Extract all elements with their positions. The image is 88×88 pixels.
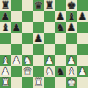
square-a4[interactable] [0,44,11,55]
square-c7[interactable] [22,11,33,22]
piece-white-pawn[interactable]: ♟ [67,55,76,66]
square-h7[interactable]: ♟ [77,11,88,22]
square-b2[interactable] [11,66,22,77]
square-a8[interactable]: ♜ [0,0,11,11]
square-d3[interactable] [33,55,44,66]
square-d6[interactable] [33,22,44,33]
square-f4[interactable] [55,44,66,55]
square-b5[interactable] [11,33,22,44]
square-g8[interactable]: ♚ [66,0,77,11]
square-b7[interactable] [11,11,22,22]
square-c4[interactable] [22,44,33,55]
piece-black-pawn[interactable]: ♟ [12,22,21,33]
piece-black-pawn[interactable]: ♟ [1,11,10,22]
square-e8[interactable]: ♜ [44,0,55,11]
piece-white-king[interactable]: ♚ [67,77,76,88]
square-g6[interactable]: ♟ [66,22,77,33]
square-f7[interactable]: ♟ [55,11,66,22]
piece-black-bishop[interactable]: ♝ [67,11,76,22]
piece-white-pawn[interactable]: ♟ [45,55,54,66]
square-a5[interactable] [0,33,11,44]
square-g2[interactable]: ♝ [66,66,77,77]
square-f2[interactable]: ♞ [55,66,66,77]
piece-white-rook[interactable]: ♜ [34,77,43,88]
square-c3[interactable]: ♞ [22,55,33,66]
piece-black-rook[interactable]: ♜ [1,0,10,11]
piece-white-pawn[interactable]: ♟ [1,66,10,77]
piece-black-king[interactable]: ♚ [67,0,76,11]
piece-black-bishop[interactable]: ♝ [1,22,10,33]
piece-black-pawn[interactable]: ♟ [67,22,76,33]
square-e5[interactable] [44,33,55,44]
piece-black-knight[interactable]: ♞ [56,22,65,33]
square-a1[interactable]: ♜ [0,77,11,88]
piece-white-bishop[interactable]: ♝ [1,55,10,66]
square-c5[interactable] [22,33,33,44]
square-d1[interactable]: ♜ [33,77,44,88]
piece-black-pawn[interactable]: ♟ [56,11,65,22]
square-b3[interactable]: ♟ [11,55,22,66]
chess-board-grid: ♜♛♜♚♟♟♝♟♝♟♞♟♟♝♟♞♟♟♟♛♞♞♝♟♜♜♚ [0,0,88,88]
square-h8[interactable] [77,0,88,11]
piece-white-knight[interactable]: ♞ [23,55,32,66]
square-f6[interactable]: ♞ [55,22,66,33]
square-h3[interactable] [77,55,88,66]
piece-black-queen[interactable]: ♛ [34,0,43,11]
piece-white-bishop[interactable]: ♝ [67,66,76,77]
square-b8[interactable] [11,0,22,11]
chess-board: ♜♛♜♚♟♟♝♟♝♟♞♟♟♝♟♞♟♟♟♛♞♞♝♟♜♜♚ [0,0,88,88]
square-c2[interactable]: ♛ [22,66,33,77]
square-g5[interactable] [66,33,77,44]
square-f1[interactable] [55,77,66,88]
square-c8[interactable] [22,0,33,11]
square-b1[interactable] [11,77,22,88]
square-f3[interactable] [55,55,66,66]
square-f8[interactable] [55,0,66,11]
square-d7[interactable] [33,11,44,22]
square-c1[interactable] [22,77,33,88]
square-g3[interactable]: ♟ [66,55,77,66]
piece-white-queen[interactable]: ♛ [23,66,32,77]
square-h5[interactable] [77,33,88,44]
piece-black-rook[interactable]: ♜ [45,0,54,11]
square-g4[interactable] [66,44,77,55]
square-b6[interactable]: ♟ [11,22,22,33]
square-a2[interactable]: ♟ [0,66,11,77]
piece-white-pawn[interactable]: ♟ [12,55,21,66]
piece-white-knight[interactable]: ♞ [45,66,54,77]
square-d2[interactable] [33,66,44,77]
square-d8[interactable]: ♛ [33,0,44,11]
square-a6[interactable]: ♝ [0,22,11,33]
square-a7[interactable]: ♟ [0,11,11,22]
square-e6[interactable] [44,22,55,33]
square-d4[interactable] [33,44,44,55]
piece-black-pawn[interactable]: ♟ [78,11,87,22]
square-e4[interactable] [44,44,55,55]
square-b4[interactable] [11,44,22,55]
square-h4[interactable] [77,44,88,55]
square-h1[interactable] [77,77,88,88]
square-c6[interactable] [22,22,33,33]
square-h2[interactable]: ♟ [77,66,88,77]
square-g1[interactable]: ♚ [66,77,77,88]
piece-black-knight[interactable]: ♞ [56,66,65,77]
square-e3[interactable]: ♟ [44,55,55,66]
piece-white-pawn[interactable]: ♟ [78,66,87,77]
square-e2[interactable]: ♞ [44,66,55,77]
piece-white-rook[interactable]: ♜ [1,77,10,88]
square-a3[interactable]: ♝ [0,55,11,66]
square-g7[interactable]: ♝ [66,11,77,22]
square-h6[interactable] [77,22,88,33]
square-d5[interactable]: ♟ [33,33,44,44]
square-e1[interactable] [44,77,55,88]
square-f5[interactable] [55,33,66,44]
piece-black-pawn[interactable]: ♟ [34,33,43,44]
square-e7[interactable] [44,11,55,22]
